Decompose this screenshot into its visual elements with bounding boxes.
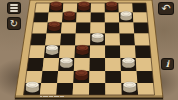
square-r4c3[interactable]: [60, 34, 76, 46]
square-r7c7[interactable]: [121, 71, 137, 83]
square-r8c3[interactable]: [56, 83, 73, 95]
square-r6c1[interactable]: [27, 58, 44, 71]
square-r5c5[interactable]: [90, 46, 105, 59]
square-r3c5[interactable]: [90, 23, 105, 34]
app-screen: ↻ ↶ i: [0, 0, 178, 100]
menu-button[interactable]: [7, 2, 21, 14]
square-r1c8[interactable]: [132, 3, 147, 13]
square-r6c5[interactable]: [90, 58, 106, 71]
square-r8c8[interactable]: [137, 83, 154, 95]
square-r5c8[interactable]: [135, 46, 151, 59]
piece-white-r2c7[interactable]: [120, 11, 131, 16]
rotate-icon: ↻: [10, 18, 18, 28]
square-r4c1[interactable]: [30, 34, 46, 46]
square-r1c5[interactable]: [91, 3, 105, 13]
menu-icon: [10, 4, 18, 5]
square-r7c5[interactable]: [89, 71, 105, 83]
info-button[interactable]: i: [161, 58, 174, 70]
square-r8c6[interactable]: [105, 83, 121, 95]
square-r5c3[interactable]: [59, 46, 75, 59]
frame-bottom-edge: [15, 98, 164, 100]
piece-dark-r1c4[interactable]: [78, 2, 89, 7]
square-r7c8[interactable]: [137, 71, 154, 83]
square-r3c4[interactable]: [76, 23, 91, 34]
piece-white-r6c7[interactable]: [122, 58, 134, 64]
piece-dark-r1c2[interactable]: [51, 2, 62, 7]
undo-icon: ↶: [161, 3, 170, 14]
square-r7c3[interactable]: [57, 71, 74, 83]
square-r6c4[interactable]: [74, 58, 90, 71]
square-r4c6[interactable]: [105, 34, 120, 46]
square-r8c5[interactable]: [89, 83, 105, 95]
square-r3c8[interactable]: [133, 23, 148, 34]
square-r5c6[interactable]: [105, 46, 120, 59]
piece-dark-r3c2[interactable]: [48, 22, 60, 27]
square-r2c4[interactable]: [76, 13, 91, 23]
piece-white-r6c3[interactable]: [60, 58, 72, 64]
square-r3c3[interactable]: [61, 23, 76, 34]
square-r6c6[interactable]: [105, 58, 121, 71]
square-r2c5[interactable]: [91, 13, 105, 23]
piece-white-r8c7[interactable]: [123, 82, 136, 88]
piece-white-r8c1[interactable]: [26, 82, 39, 88]
square-r2c8[interactable]: [133, 13, 148, 23]
checkers-board[interactable]: [0, 0, 178, 100]
square-r2c1[interactable]: [33, 13, 48, 23]
square-r4c7[interactable]: [120, 34, 135, 46]
piece-dark-r2c3[interactable]: [64, 11, 75, 16]
square-r6c8[interactable]: [136, 58, 153, 71]
rotate-board-button[interactable]: ↻: [7, 17, 21, 30]
undo-button[interactable]: ↶: [158, 2, 174, 15]
square-r7c2[interactable]: [41, 71, 58, 83]
square-r3c6[interactable]: [105, 23, 120, 34]
square-r5c7[interactable]: [120, 46, 136, 59]
square-r8c2[interactable]: [40, 83, 57, 95]
square-r1c1[interactable]: [35, 3, 50, 13]
square-r3c1[interactable]: [32, 23, 48, 34]
piece-white-r4c5[interactable]: [92, 33, 104, 38]
square-r4c4[interactable]: [75, 34, 90, 46]
info-icon: i: [166, 59, 169, 68]
square-r8c4[interactable]: [73, 83, 90, 95]
square-r5c1[interactable]: [29, 46, 46, 59]
frame-front-face: [15, 95, 163, 98]
piece-dark-r5c4[interactable]: [76, 45, 88, 51]
square-r4c2[interactable]: [45, 34, 61, 46]
square-r6c2[interactable]: [42, 58, 59, 71]
square-r2c6[interactable]: [105, 13, 119, 23]
square-r7c1[interactable]: [25, 71, 42, 83]
piece-dark-r1c6[interactable]: [106, 2, 117, 7]
square-r3c7[interactable]: [119, 23, 134, 34]
piece-white-r5c2[interactable]: [46, 45, 58, 51]
piece-dark-r7c4[interactable]: [75, 70, 88, 76]
square-r4c8[interactable]: [134, 34, 150, 46]
square-r7c6[interactable]: [105, 71, 121, 83]
square-r2c2[interactable]: [48, 13, 63, 23]
frame-watermark: [40, 96, 64, 98]
